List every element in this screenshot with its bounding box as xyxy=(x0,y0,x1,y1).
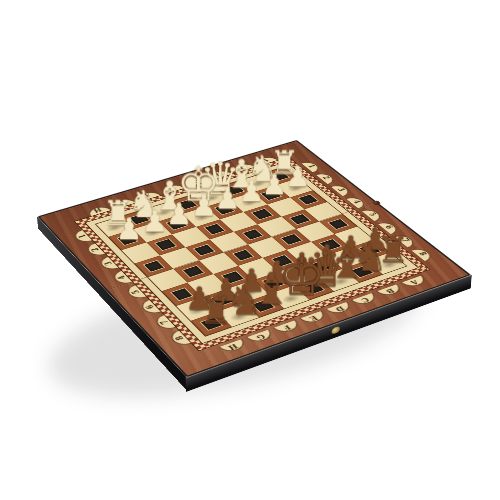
coord-scallop-left-1: 1 xyxy=(71,230,92,244)
coord-scallop-left-8: 8 xyxy=(167,330,191,347)
chess-piece-glyph: ♟ xyxy=(140,208,168,235)
coord-label: 3 xyxy=(336,188,346,193)
coord-label: C xyxy=(359,296,370,302)
coord-scallop-right-8: 8 xyxy=(411,247,435,262)
chess-piece-glyph: ♟ xyxy=(190,193,218,219)
coord-label: 8 xyxy=(174,335,185,341)
coord-label: 6 xyxy=(144,304,155,310)
coord-label: 5 xyxy=(367,212,377,217)
chess-board: HGFEDCBAHGFEDCBA1234567812345678 ♜♞♝♛♚♝♞… xyxy=(37,140,471,378)
coord-scallop-bottom-3: F xyxy=(273,320,302,334)
coord-scallop-bottom-2: G xyxy=(246,330,275,345)
coord-label: E xyxy=(308,314,319,321)
coord-scallop-right-2: 2 xyxy=(316,172,338,185)
coord-scallop-left-5: 5 xyxy=(123,285,146,301)
scene: HGFEDCBAHGFEDCBA1234567812345678 ♜♞♝♛♚♝♞… xyxy=(0,0,500,500)
coord-scallop-bottom-8: A xyxy=(401,276,429,289)
coord-scallop-bottom-5: D xyxy=(325,302,353,316)
chess-piece-glyph: ♜ xyxy=(199,294,230,328)
chess-piece-glyph: ♟ xyxy=(237,178,264,204)
chess-piece-glyph: ♟ xyxy=(214,185,242,211)
coord-label: 3 xyxy=(103,261,113,266)
coord-label: H xyxy=(227,343,239,350)
coord-label: 1 xyxy=(77,234,87,239)
coord-label: 8 xyxy=(417,251,427,256)
brass-latch-icon xyxy=(332,326,340,335)
coord-label: 7 xyxy=(159,320,170,326)
coord-scallop-bottom-1: H xyxy=(219,339,248,354)
coord-label: 4 xyxy=(116,275,127,280)
coord-label: D xyxy=(333,305,345,312)
coord-label: 5 xyxy=(130,289,141,295)
coord-scallop-bottom-4: E xyxy=(299,311,328,325)
coord-scallop-right-5: 5 xyxy=(361,208,384,222)
coord-scallop-bottom-7: B xyxy=(376,284,404,297)
chess-piece-glyph: ♟ xyxy=(165,200,193,227)
chess-piece-glyph: ♟ xyxy=(115,215,143,242)
coord-scallop-right-3: 3 xyxy=(330,183,352,196)
coord-scallop-left-3: 3 xyxy=(96,256,118,271)
product-photo: HGFEDCBAHGFEDCBA1234567812345678 ♜♞♝♛♚♝♞… xyxy=(0,0,500,500)
board-frame: HGFEDCBAHGFEDCBA1234567812345678 ♜♞♝♛♚♝♞… xyxy=(37,140,471,378)
coord-label: A xyxy=(409,279,420,285)
coord-label: 4 xyxy=(352,200,362,205)
coord-scallop-left-2: 2 xyxy=(84,243,106,258)
coord-scallop-bottom-6: C xyxy=(351,293,379,307)
coord-label: B xyxy=(384,287,395,293)
coord-label: 2 xyxy=(321,176,331,180)
coord-scallop-left-7: 7 xyxy=(152,314,176,331)
coord-scallop-left-6: 6 xyxy=(137,299,160,315)
coord-label: G xyxy=(254,333,266,340)
coord-label: F xyxy=(282,324,292,331)
coord-label: 2 xyxy=(90,247,100,252)
